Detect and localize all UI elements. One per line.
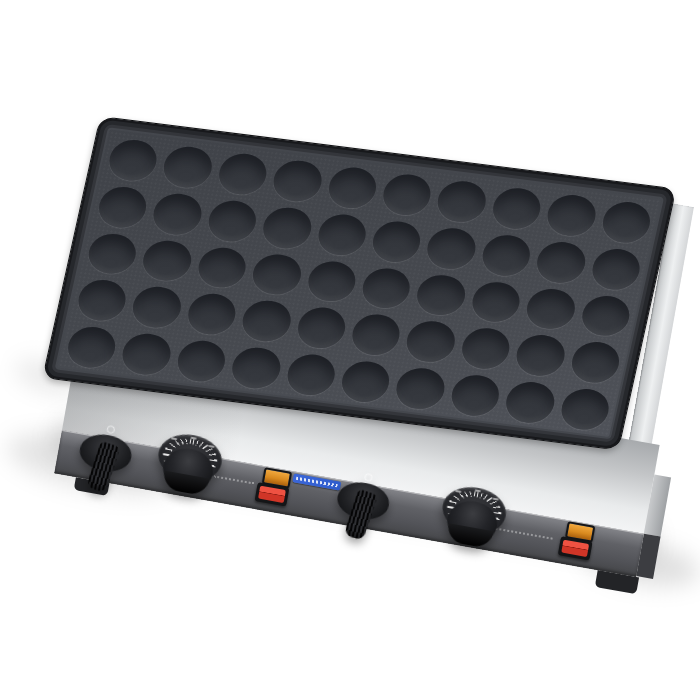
switch-rocker <box>258 486 286 503</box>
mold <box>599 199 654 245</box>
mold <box>95 184 150 230</box>
switch-rocker <box>561 540 589 557</box>
mold <box>379 172 434 218</box>
indicator-switch-group-right <box>557 520 596 565</box>
timer-knob-left[interactable] <box>72 431 134 503</box>
mold <box>140 238 195 284</box>
mold <box>304 258 359 304</box>
mold <box>338 359 393 405</box>
timer-knob-right[interactable] <box>330 479 392 551</box>
mold <box>228 345 283 391</box>
mold <box>64 325 119 371</box>
mold <box>502 380 557 426</box>
mold <box>578 293 633 339</box>
mold <box>393 366 448 412</box>
mold-grid <box>64 137 654 432</box>
mold <box>403 319 458 365</box>
mold <box>259 205 314 251</box>
mold <box>448 373 503 419</box>
mold <box>557 387 612 433</box>
mold <box>249 252 304 298</box>
brand-sticker-text <box>296 477 338 487</box>
mold <box>434 179 489 225</box>
mold <box>215 151 270 197</box>
mold <box>533 239 588 285</box>
mold <box>348 312 403 358</box>
mold <box>314 212 369 258</box>
mold <box>184 291 239 337</box>
thermostat-dial-right[interactable] <box>431 482 510 584</box>
mold <box>544 192 599 238</box>
mold <box>479 232 534 278</box>
stainless-base <box>62 430 644 534</box>
mold <box>74 278 129 324</box>
mold <box>414 272 469 318</box>
mold <box>489 186 544 232</box>
mold <box>294 305 349 351</box>
mold <box>194 245 249 291</box>
mold <box>369 219 424 265</box>
mold <box>85 231 140 277</box>
panel-marking <box>214 475 254 484</box>
indicator-switch-group-left <box>254 466 293 511</box>
mold <box>239 298 294 344</box>
mold <box>150 191 205 237</box>
mold <box>205 198 260 244</box>
mold <box>568 340 623 386</box>
mold <box>325 165 380 211</box>
mold <box>174 338 229 384</box>
mold <box>129 285 184 331</box>
mold <box>105 137 160 183</box>
product-photo-scene <box>0 0 700 700</box>
mold <box>359 265 414 311</box>
panel-marking <box>495 528 552 540</box>
mold <box>588 246 643 292</box>
mold <box>458 326 513 372</box>
mold <box>160 144 215 190</box>
mold <box>468 279 523 325</box>
mold <box>513 333 568 379</box>
mold <box>119 331 174 377</box>
mold <box>283 352 338 398</box>
mold <box>270 158 325 204</box>
mold <box>523 286 578 332</box>
mold <box>424 225 479 271</box>
